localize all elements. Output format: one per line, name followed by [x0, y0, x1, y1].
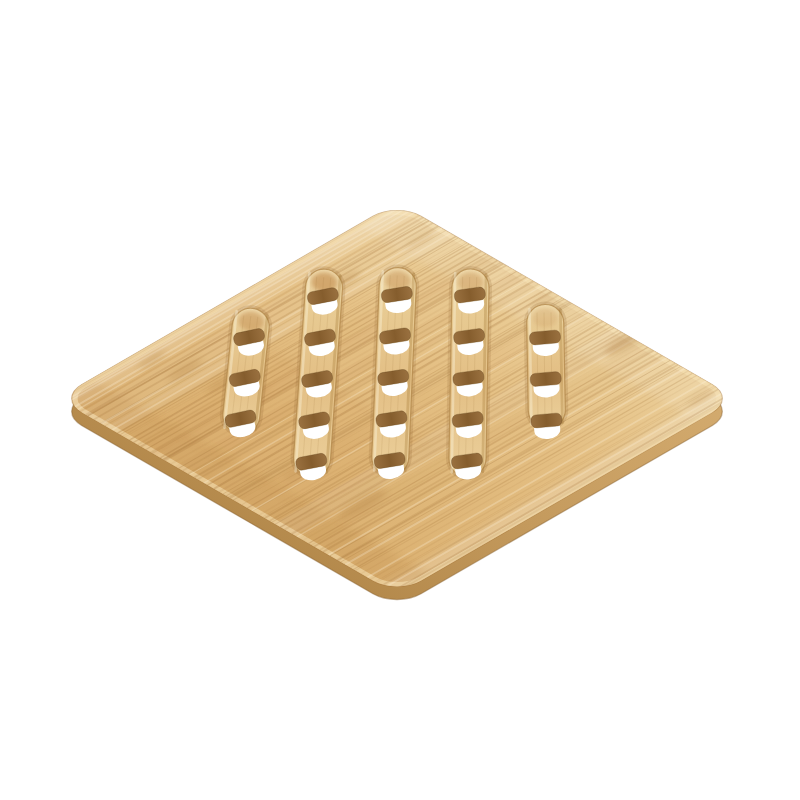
slot-channel-3	[369, 265, 418, 482]
slot-channel-4	[447, 267, 491, 482]
bamboo-trivet-photo	[0, 0, 800, 800]
slot-cut-bar	[530, 413, 562, 429]
slot-channel-5	[525, 303, 567, 441]
slot-cut-bar	[529, 330, 561, 346]
product-image-canvas: Square bamboo trivet with five slotted v…	[0, 0, 800, 800]
slot-cut-bar	[530, 371, 562, 387]
